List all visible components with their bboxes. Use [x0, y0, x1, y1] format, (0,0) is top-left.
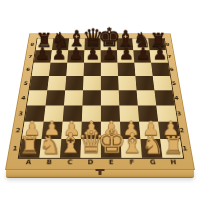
file-label-b: B	[38, 158, 60, 168]
file-labels: ABCDEFGH	[17, 158, 184, 168]
black-knight: ♞	[51, 30, 69, 50]
square-c3[interactable]	[63, 106, 83, 122]
square-c8[interactable]: ♝	[68, 38, 85, 50]
white-pawn: ♟	[102, 119, 120, 139]
square-c4[interactable]	[64, 90, 83, 105]
white-pawn: ♟	[82, 119, 100, 139]
board-front-edge	[6, 170, 194, 178]
white-pawn: ♟	[43, 119, 61, 139]
square-a4[interactable]	[27, 90, 47, 105]
file-label-c: C	[59, 158, 80, 168]
square-d6[interactable]	[84, 63, 101, 76]
rank-label-5: 5	[21, 80, 31, 85]
square-e6[interactable]	[101, 63, 118, 76]
square-e7[interactable]: ♟	[101, 50, 118, 63]
white-pawn: ♟	[62, 119, 80, 139]
rank-label-3: 3	[174, 110, 185, 116]
square-g5[interactable]	[135, 76, 154, 90]
black-rook: ♜	[35, 31, 52, 50]
square-f7[interactable]: ♟	[117, 50, 134, 63]
square-a2[interactable]: ♟	[22, 122, 44, 139]
square-f4[interactable]	[119, 90, 138, 105]
white-bishop: ♝	[58, 130, 83, 157]
rank-label-3: 3	[15, 110, 26, 116]
black-bishop: ♝	[67, 28, 86, 50]
square-e1[interactable]: ♚	[101, 139, 122, 158]
rank-label-5: 5	[169, 80, 179, 85]
square-g8[interactable]: ♞	[132, 38, 149, 50]
square-e2[interactable]: ♟	[101, 122, 121, 139]
square-e4[interactable]	[101, 90, 119, 105]
rank-label-7: 7	[165, 54, 174, 59]
square-a8[interactable]: ♜	[36, 38, 54, 50]
square-d3[interactable]	[82, 106, 101, 122]
square-g6[interactable]	[134, 63, 152, 76]
square-f2[interactable]: ♟	[120, 122, 140, 139]
white-pawn: ♟	[23, 119, 41, 139]
square-b1[interactable]: ♞	[39, 139, 61, 158]
square-b6[interactable]	[49, 63, 67, 76]
square-b2[interactable]: ♟	[42, 122, 63, 139]
square-f3[interactable]	[119, 106, 139, 122]
chess-set-photo: ♜♞♝♛♚♝♞♜♟♟♟♟♟♟♟♟♟♟♟♟♟♟♟♟♜♞♝♛♚♝♞♜ ABCDEFG…	[0, 0, 200, 200]
square-b4[interactable]	[46, 90, 66, 105]
file-label-g: G	[142, 158, 164, 168]
square-a7[interactable]: ♟	[34, 50, 52, 63]
square-e3[interactable]	[101, 106, 120, 122]
square-g7[interactable]: ♟	[133, 50, 151, 63]
square-d5[interactable]	[83, 76, 101, 90]
square-b8[interactable]: ♞	[52, 38, 69, 50]
rank-label-2: 2	[12, 127, 23, 134]
rank-label-7: 7	[26, 54, 35, 59]
file-label-e: E	[101, 158, 122, 168]
board-grid: ♜♞♝♛♚♝♞♜♟♟♟♟♟♟♟♟♟♟♟♟♟♟♟♟♜♞♝♛♚♝♞♜	[19, 38, 183, 157]
square-a6[interactable]	[32, 63, 51, 76]
square-c2[interactable]: ♟	[61, 122, 81, 139]
square-b5[interactable]	[47, 76, 66, 90]
square-a1[interactable]: ♜	[19, 139, 42, 158]
square-h2[interactable]: ♟	[158, 122, 180, 139]
square-c6[interactable]	[66, 63, 84, 76]
rank-label-6: 6	[23, 67, 33, 72]
file-label-h: H	[163, 158, 185, 168]
square-b3[interactable]	[44, 106, 64, 122]
square-g4[interactable]	[137, 90, 157, 105]
file-label-d: D	[80, 158, 101, 168]
rank-label-8: 8	[28, 42, 37, 47]
square-a3[interactable]	[25, 106, 46, 122]
square-g3[interactable]	[138, 106, 158, 122]
white-pawn: ♟	[122, 119, 140, 139]
file-label-a: A	[17, 158, 39, 168]
white-pawn: ♟	[142, 119, 160, 139]
square-b7[interactable]: ♟	[50, 50, 68, 63]
board-frame: ♜♞♝♛♚♝♞♜♟♟♟♟♟♟♟♟♟♟♟♟♟♟♟♟♜♞♝♛♚♝♞♜ ABCDEFG…	[5, 34, 195, 170]
square-a5[interactable]	[29, 76, 49, 90]
square-h1[interactable]: ♜	[160, 139, 183, 158]
square-g2[interactable]: ♟	[139, 122, 160, 139]
rank-label-4: 4	[18, 95, 28, 101]
square-d4[interactable]	[82, 90, 100, 105]
square-d8[interactable]: ♛	[85, 38, 101, 50]
square-e8[interactable]: ♚	[101, 38, 117, 50]
square-g1[interactable]: ♞	[141, 139, 163, 158]
square-d2[interactable]: ♟	[81, 122, 101, 139]
square-f8[interactable]: ♝	[117, 38, 134, 50]
rank-label-8: 8	[163, 42, 172, 47]
chess-board: ♜♞♝♛♚♝♞♜♟♟♟♟♟♟♟♟♟♟♟♟♟♟♟♟♜♞♝♛♚♝♞♜ ABCDEFG…	[5, 34, 195, 170]
square-d1[interactable]: ♛	[80, 139, 101, 158]
file-label-f: F	[121, 158, 142, 168]
square-e5[interactable]	[101, 76, 119, 90]
rank-label-4: 4	[171, 95, 181, 101]
square-f6[interactable]	[118, 63, 136, 76]
square-c7[interactable]: ♟	[67, 50, 84, 63]
square-f5[interactable]	[118, 76, 136, 90]
square-d7[interactable]: ♟	[84, 50, 101, 63]
square-c1[interactable]: ♝	[60, 139, 81, 158]
square-f1[interactable]: ♝	[121, 139, 142, 158]
square-c5[interactable]	[65, 76, 83, 90]
clasp-icon	[96, 169, 105, 176]
